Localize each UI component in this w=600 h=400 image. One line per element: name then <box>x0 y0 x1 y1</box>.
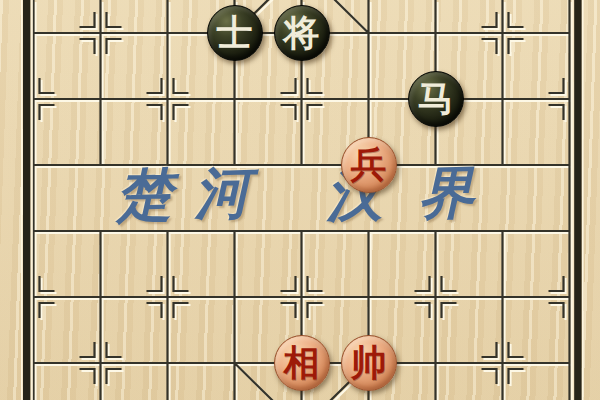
intersection-b9[interactable] <box>67 396 134 400</box>
intersection-e8[interactable]: 相 <box>268 330 335 396</box>
intersection-i3[interactable] <box>536 0 600 66</box>
intersection-f9[interactable] <box>335 396 402 400</box>
piece-label: 士 <box>217 15 253 51</box>
intersection-i7[interactable] <box>536 264 600 330</box>
piece-black-horse[interactable]: 马 <box>408 71 464 127</box>
intersection-h6[interactable] <box>469 198 536 264</box>
intersection-e7[interactable] <box>268 264 335 330</box>
piece-black-advisor[interactable]: 士 <box>207 5 263 61</box>
intersection-e5[interactable] <box>268 132 335 198</box>
piece-label: 马 <box>418 81 454 117</box>
intersection-f6[interactable] <box>335 198 402 264</box>
intersection-a4[interactable] <box>0 66 67 132</box>
intersection-i8[interactable] <box>536 330 600 396</box>
xiangqi-board: 楚河 汉界 士将马兵相帅 <box>0 0 600 400</box>
intersection-i5[interactable] <box>536 132 600 198</box>
intersection-d7[interactable] <box>201 264 268 330</box>
intersection-a6[interactable] <box>0 198 67 264</box>
intersection-g6[interactable] <box>402 198 469 264</box>
intersection-i6[interactable] <box>536 198 600 264</box>
piece-label: 帅 <box>351 345 387 381</box>
intersection-e9[interactable] <box>268 396 335 400</box>
intersection-c7[interactable] <box>134 264 201 330</box>
piece-label: 相 <box>284 345 320 381</box>
intersection-b4[interactable] <box>67 66 134 132</box>
piece-red-elephant[interactable]: 相 <box>274 335 330 391</box>
intersection-c4[interactable] <box>134 66 201 132</box>
intersection-f7[interactable] <box>335 264 402 330</box>
intersection-c8[interactable] <box>134 330 201 396</box>
intersection-f8[interactable]: 帅 <box>335 330 402 396</box>
intersection-g4[interactable]: 马 <box>402 66 469 132</box>
intersection-d4[interactable] <box>201 66 268 132</box>
intersection-c6[interactable] <box>134 198 201 264</box>
piece-black-general[interactable]: 将 <box>274 5 330 61</box>
intersection-e6[interactable] <box>268 198 335 264</box>
intersection-a8[interactable] <box>0 330 67 396</box>
intersection-d8[interactable] <box>201 330 268 396</box>
intersection-h7[interactable] <box>469 264 536 330</box>
intersection-c9[interactable] <box>134 396 201 400</box>
intersection-d5[interactable] <box>201 132 268 198</box>
intersection-i4[interactable] <box>536 66 600 132</box>
intersection-f3[interactable] <box>335 0 402 66</box>
intersection-g8[interactable] <box>402 330 469 396</box>
intersection-c5[interactable] <box>134 132 201 198</box>
intersection-a7[interactable] <box>0 264 67 330</box>
intersection-g5[interactable] <box>402 132 469 198</box>
intersection-b8[interactable] <box>67 330 134 396</box>
intersection-c3[interactable] <box>134 0 201 66</box>
intersection-a5[interactable] <box>0 132 67 198</box>
intersection-i9[interactable] <box>536 396 600 400</box>
intersection-b6[interactable] <box>67 198 134 264</box>
board-grid: 士将马兵相帅 <box>0 0 600 400</box>
intersection-f5[interactable]: 兵 <box>335 132 402 198</box>
intersection-b7[interactable] <box>67 264 134 330</box>
intersection-h5[interactable] <box>469 132 536 198</box>
intersection-e3[interactable]: 将 <box>268 0 335 66</box>
intersection-d9[interactable] <box>201 396 268 400</box>
intersection-g3[interactable] <box>402 0 469 66</box>
intersection-h3[interactable] <box>469 0 536 66</box>
intersection-g7[interactable] <box>402 264 469 330</box>
intersection-h9[interactable] <box>469 396 536 400</box>
intersection-h4[interactable] <box>469 66 536 132</box>
intersection-d3[interactable]: 士 <box>201 0 268 66</box>
piece-red-general[interactable]: 帅 <box>341 335 397 391</box>
intersection-b3[interactable] <box>67 0 134 66</box>
intersection-b5[interactable] <box>67 132 134 198</box>
piece-red-soldier[interactable]: 兵 <box>341 137 397 193</box>
intersection-h8[interactable] <box>469 330 536 396</box>
intersection-d6[interactable] <box>201 198 268 264</box>
intersection-a3[interactable] <box>0 0 67 66</box>
intersection-f4[interactable] <box>335 66 402 132</box>
piece-label: 兵 <box>351 147 387 183</box>
intersection-g9[interactable] <box>402 396 469 400</box>
piece-label: 将 <box>284 15 320 51</box>
intersection-e4[interactable] <box>268 66 335 132</box>
intersection-a9[interactable] <box>0 396 67 400</box>
